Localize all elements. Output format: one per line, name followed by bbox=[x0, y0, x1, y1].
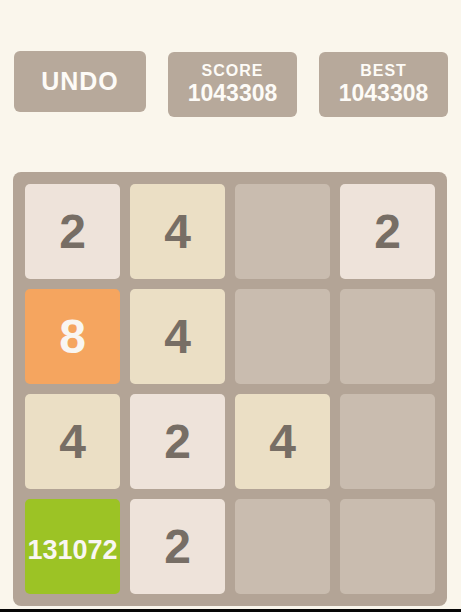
empty-cell bbox=[235, 289, 330, 384]
tile-4: 4 bbox=[130, 289, 225, 384]
undo-button[interactable]: UNDO bbox=[14, 51, 146, 112]
tile-2: 2 bbox=[130, 394, 225, 489]
score-label: SCORE bbox=[202, 62, 264, 80]
tile-2: 2 bbox=[130, 499, 225, 594]
empty-cell bbox=[340, 499, 435, 594]
empty-cell bbox=[340, 394, 435, 489]
tile-2: 2 bbox=[25, 184, 120, 279]
empty-cell bbox=[235, 499, 330, 594]
tile-2: 2 bbox=[340, 184, 435, 279]
score-value: 1043308 bbox=[188, 80, 278, 106]
empty-cell bbox=[340, 289, 435, 384]
tile-4: 4 bbox=[25, 394, 120, 489]
tile-4: 4 bbox=[235, 394, 330, 489]
score-panel: SCORE 1043308 bbox=[168, 52, 297, 117]
best-label: BEST bbox=[360, 62, 407, 80]
tile-131072: 131072 bbox=[25, 499, 120, 594]
empty-cell bbox=[235, 184, 330, 279]
best-value: 1043308 bbox=[339, 80, 429, 106]
best-panel: BEST 1043308 bbox=[319, 52, 448, 117]
tile-4: 4 bbox=[130, 184, 225, 279]
tile-8: 8 bbox=[25, 289, 120, 384]
game-board[interactable]: 242844241310722 bbox=[13, 172, 447, 606]
